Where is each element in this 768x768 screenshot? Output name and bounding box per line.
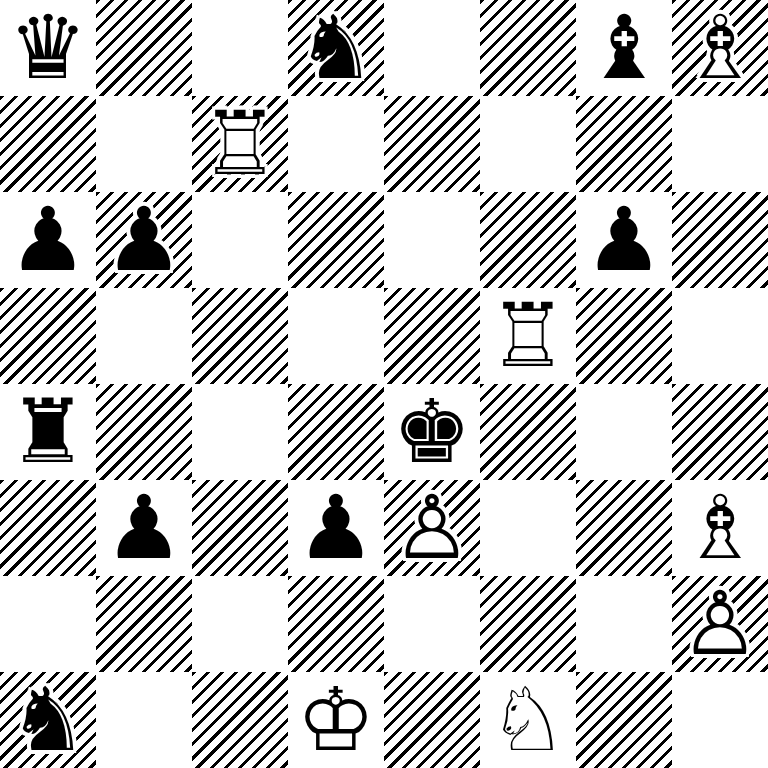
piece-white-pawn: ♟♙ [384,480,480,576]
piece-black-queen: ♛ [0,0,96,96]
piece-white-outline: ♔ [288,672,384,768]
square-h4[interactable] [672,384,768,480]
square-g4[interactable] [576,384,672,480]
square-d6[interactable] [288,192,384,288]
square-f5[interactable]: ♜♖ [480,288,576,384]
piece-white-rook: ♜♖ [192,96,288,192]
square-f2[interactable] [480,576,576,672]
square-a5[interactable] [0,288,96,384]
square-g8[interactable]: ♝ [576,0,672,96]
piece-black-pawn: ♟ [288,480,384,576]
square-d8[interactable]: ♞ [288,0,384,96]
square-d7[interactable] [288,96,384,192]
square-c2[interactable] [192,576,288,672]
square-h8[interactable]: ♝♗ [672,0,768,96]
square-d1[interactable]: ♚♔ [288,672,384,768]
square-a4[interactable]: ♜ [0,384,96,480]
square-h1[interactable] [672,672,768,768]
square-c8[interactable] [192,0,288,96]
piece-white-outline: ♗ [672,480,768,576]
square-g3[interactable] [576,480,672,576]
square-a2[interactable] [0,576,96,672]
square-h2[interactable]: ♟♙ [672,576,768,672]
square-f8[interactable] [480,0,576,96]
piece-white-bishop: ♝♗ [672,480,768,576]
square-a3[interactable] [0,480,96,576]
square-d4[interactable] [288,384,384,480]
square-c3[interactable] [192,480,288,576]
square-c5[interactable] [192,288,288,384]
piece-white-outline: ♘ [480,672,576,768]
square-g2[interactable] [576,576,672,672]
square-c6[interactable] [192,192,288,288]
square-b8[interactable] [96,0,192,96]
square-e3[interactable]: ♟♙ [384,480,480,576]
piece-white-knight: ♞♘ [480,672,576,768]
square-a8[interactable]: ♛ [0,0,96,96]
square-f7[interactable] [480,96,576,192]
piece-black-knight: ♞ [288,0,384,96]
square-d3[interactable]: ♟ [288,480,384,576]
square-e7[interactable] [384,96,480,192]
square-c1[interactable] [192,672,288,768]
square-g7[interactable] [576,96,672,192]
square-e5[interactable] [384,288,480,384]
square-d2[interactable] [288,576,384,672]
square-f1[interactable]: ♞♘ [480,672,576,768]
piece-black-pawn: ♟ [96,192,192,288]
piece-white-bishop: ♝♗ [672,0,768,96]
square-g1[interactable] [576,672,672,768]
square-b6[interactable]: ♟ [96,192,192,288]
square-g5[interactable] [576,288,672,384]
square-h3[interactable]: ♝♗ [672,480,768,576]
piece-black-bishop: ♝ [576,0,672,96]
piece-white-outline: ♗ [672,0,768,96]
square-e1[interactable] [384,672,480,768]
square-a1[interactable]: ♞ [0,672,96,768]
square-b3[interactable]: ♟ [96,480,192,576]
square-e4[interactable]: ♚ [384,384,480,480]
chess-board: ♛♞♝♝♗♜♖♟♟♟♜♖♜♚♟♟♟♙♝♗♟♙♞♚♔♞♘ [0,0,768,768]
square-e8[interactable] [384,0,480,96]
piece-black-king: ♚ [384,384,480,480]
square-a7[interactable] [0,96,96,192]
square-c7[interactable]: ♜♖ [192,96,288,192]
piece-black-pawn: ♟ [0,192,96,288]
piece-black-pawn: ♟ [96,480,192,576]
square-b7[interactable] [96,96,192,192]
square-h6[interactable] [672,192,768,288]
square-d5[interactable] [288,288,384,384]
piece-black-rook: ♜ [0,384,96,480]
piece-black-pawn: ♟ [576,192,672,288]
piece-white-outline: ♙ [672,576,768,672]
square-c4[interactable] [192,384,288,480]
piece-white-king: ♚♔ [288,672,384,768]
piece-white-outline: ♖ [480,288,576,384]
piece-white-outline: ♙ [384,480,480,576]
piece-white-pawn: ♟♙ [672,576,768,672]
square-h5[interactable] [672,288,768,384]
piece-black-knight: ♞ [0,672,96,768]
square-f6[interactable] [480,192,576,288]
square-f3[interactable] [480,480,576,576]
piece-white-rook: ♜♖ [480,288,576,384]
square-b1[interactable] [96,672,192,768]
square-b4[interactable] [96,384,192,480]
square-b2[interactable] [96,576,192,672]
square-e6[interactable] [384,192,480,288]
piece-white-outline: ♖ [192,96,288,192]
square-e2[interactable] [384,576,480,672]
square-f4[interactable] [480,384,576,480]
square-b5[interactable] [96,288,192,384]
square-a6[interactable]: ♟ [0,192,96,288]
square-g6[interactable]: ♟ [576,192,672,288]
square-h7[interactable] [672,96,768,192]
